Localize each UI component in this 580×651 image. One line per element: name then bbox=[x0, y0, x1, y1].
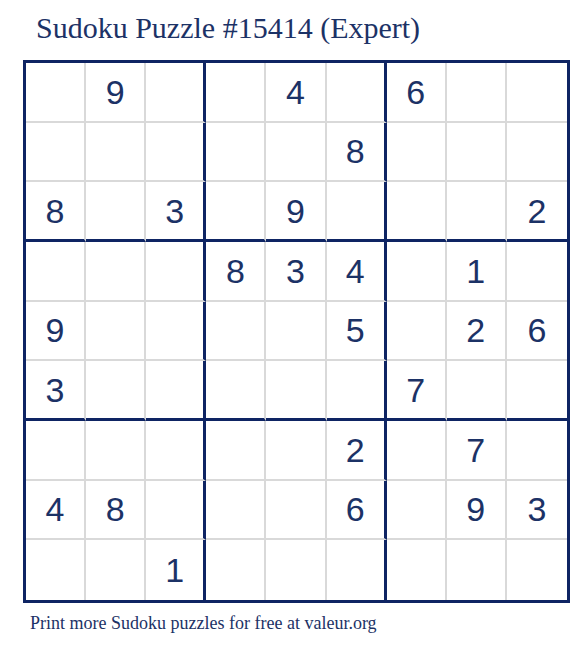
cell-r3c7[interactable] bbox=[387, 182, 447, 242]
cell-r8c2[interactable]: 8 bbox=[86, 481, 146, 541]
cell-r1c4[interactable] bbox=[206, 63, 266, 123]
cell-r3c6[interactable] bbox=[327, 182, 387, 242]
cell-r3c1[interactable]: 8 bbox=[26, 182, 86, 242]
cell-r7c8[interactable]: 7 bbox=[447, 421, 507, 481]
cell-r1c5[interactable]: 4 bbox=[266, 63, 326, 123]
cell-r1c1[interactable] bbox=[26, 63, 86, 123]
cell-r9c8[interactable] bbox=[447, 540, 507, 600]
cell-r6c1[interactable]: 3 bbox=[26, 361, 86, 421]
cell-r5c6[interactable]: 5 bbox=[327, 302, 387, 362]
cell-r2c6[interactable]: 8 bbox=[327, 123, 387, 183]
cell-r5c3[interactable] bbox=[146, 302, 206, 362]
cell-r9c5[interactable] bbox=[266, 540, 326, 600]
cell-r1c9[interactable] bbox=[507, 63, 567, 123]
cell-r2c9[interactable] bbox=[507, 123, 567, 183]
sudoku-page: Sudoku Puzzle #15414 (Expert) 9468839283… bbox=[0, 0, 580, 651]
cell-r8c7[interactable] bbox=[387, 481, 447, 541]
cell-r6c6[interactable] bbox=[327, 361, 387, 421]
cell-r7c6[interactable]: 2 bbox=[327, 421, 387, 481]
cell-r4c8[interactable]: 1 bbox=[447, 242, 507, 302]
cell-r4c6[interactable]: 4 bbox=[327, 242, 387, 302]
cell-r2c2[interactable] bbox=[86, 123, 146, 183]
cell-r7c5[interactable] bbox=[266, 421, 326, 481]
cell-r7c3[interactable] bbox=[146, 421, 206, 481]
cell-r3c3[interactable]: 3 bbox=[146, 182, 206, 242]
cell-r8c5[interactable] bbox=[266, 481, 326, 541]
cell-r6c3[interactable] bbox=[146, 361, 206, 421]
cell-r8c1[interactable]: 4 bbox=[26, 481, 86, 541]
cell-r3c2[interactable] bbox=[86, 182, 146, 242]
cell-r4c2[interactable] bbox=[86, 242, 146, 302]
cell-r1c2[interactable]: 9 bbox=[86, 63, 146, 123]
cell-r7c9[interactable] bbox=[507, 421, 567, 481]
cell-r4c3[interactable] bbox=[146, 242, 206, 302]
cell-r3c9[interactable]: 2 bbox=[507, 182, 567, 242]
cell-r4c5[interactable]: 3 bbox=[266, 242, 326, 302]
cell-r9c4[interactable] bbox=[206, 540, 266, 600]
cell-r8c6[interactable]: 6 bbox=[327, 481, 387, 541]
cell-r6c8[interactable] bbox=[447, 361, 507, 421]
page-title: Sudoku Puzzle #15414 (Expert) bbox=[36, 11, 420, 45]
cell-r6c2[interactable] bbox=[86, 361, 146, 421]
cell-r8c8[interactable]: 9 bbox=[447, 481, 507, 541]
cell-r5c1[interactable]: 9 bbox=[26, 302, 86, 362]
cell-r5c7[interactable] bbox=[387, 302, 447, 362]
cell-r5c2[interactable] bbox=[86, 302, 146, 362]
cell-r1c8[interactable] bbox=[447, 63, 507, 123]
cell-r9c2[interactable] bbox=[86, 540, 146, 600]
cell-r8c3[interactable] bbox=[146, 481, 206, 541]
cell-r5c8[interactable]: 2 bbox=[447, 302, 507, 362]
cell-r2c8[interactable] bbox=[447, 123, 507, 183]
cell-r4c4[interactable]: 8 bbox=[206, 242, 266, 302]
cell-r3c5[interactable]: 9 bbox=[266, 182, 326, 242]
cell-r7c4[interactable] bbox=[206, 421, 266, 481]
cell-r5c9[interactable]: 6 bbox=[507, 302, 567, 362]
cell-r6c5[interactable] bbox=[266, 361, 326, 421]
cell-r9c6[interactable] bbox=[327, 540, 387, 600]
cell-r4c1[interactable] bbox=[26, 242, 86, 302]
cell-r3c4[interactable] bbox=[206, 182, 266, 242]
cell-r6c9[interactable] bbox=[507, 361, 567, 421]
cell-r2c5[interactable] bbox=[266, 123, 326, 183]
cell-r8c4[interactable] bbox=[206, 481, 266, 541]
cell-r9c9[interactable] bbox=[507, 540, 567, 600]
cell-r2c1[interactable] bbox=[26, 123, 86, 183]
cell-r6c7[interactable]: 7 bbox=[387, 361, 447, 421]
cell-r7c1[interactable] bbox=[26, 421, 86, 481]
cell-r4c9[interactable] bbox=[507, 242, 567, 302]
cell-r1c3[interactable] bbox=[146, 63, 206, 123]
cell-r5c4[interactable] bbox=[206, 302, 266, 362]
cell-r9c1[interactable] bbox=[26, 540, 86, 600]
cell-r1c6[interactable] bbox=[327, 63, 387, 123]
cell-r2c4[interactable] bbox=[206, 123, 266, 183]
cell-r9c3[interactable]: 1 bbox=[146, 540, 206, 600]
cell-r6c4[interactable] bbox=[206, 361, 266, 421]
cell-r3c8[interactable] bbox=[447, 182, 507, 242]
cell-r1c7[interactable]: 6 bbox=[387, 63, 447, 123]
footer-text: Print more Sudoku puzzles for free at va… bbox=[30, 613, 377, 634]
cell-r7c2[interactable] bbox=[86, 421, 146, 481]
cell-r2c3[interactable] bbox=[146, 123, 206, 183]
sudoku-board: 94688392834195263727486931 bbox=[23, 60, 570, 603]
cell-r4c7[interactable] bbox=[387, 242, 447, 302]
cell-r7c7[interactable] bbox=[387, 421, 447, 481]
cell-r8c9[interactable]: 3 bbox=[507, 481, 567, 541]
cell-r9c7[interactable] bbox=[387, 540, 447, 600]
cell-r2c7[interactable] bbox=[387, 123, 447, 183]
cell-r5c5[interactable] bbox=[266, 302, 326, 362]
